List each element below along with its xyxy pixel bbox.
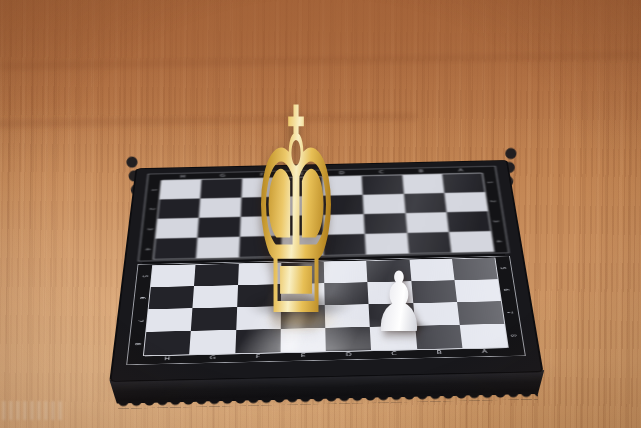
rank-label-7: 7: [137, 319, 144, 322]
file-label-c: C: [391, 352, 397, 356]
rank-label-5: 5: [141, 275, 148, 277]
rank-label-1: 1: [486, 181, 493, 183]
square-a4: [449, 231, 494, 252]
far-playing-field: [153, 173, 495, 260]
far-grid: [154, 173, 494, 259]
square-h8: [144, 331, 191, 355]
rank-label-8: 8: [509, 334, 517, 337]
file-label-b: B: [436, 351, 442, 355]
square-f3: [239, 216, 281, 237]
square-e4: [281, 235, 323, 256]
square-f5: [238, 263, 282, 285]
square-a1: [442, 173, 485, 193]
square-b6: [411, 280, 457, 303]
board-far-half: HGFEDCBA 1234 1234: [138, 166, 510, 261]
square-d5: [324, 261, 368, 283]
rank-label-5: 5: [499, 267, 506, 269]
file-label-h: H: [164, 357, 170, 361]
square-b5: [409, 259, 454, 281]
square-e3: [281, 215, 323, 236]
watermark: [2, 401, 62, 420]
square-d1: [322, 176, 363, 196]
square-h1: [160, 180, 202, 200]
square-f8: [235, 329, 281, 353]
rank-label-3: 3: [147, 228, 154, 230]
square-g2: [199, 198, 241, 218]
square-g6: [193, 285, 238, 308]
table-surface-haze: [0, 0, 641, 150]
square-g1: [200, 179, 241, 199]
square-a7: [457, 301, 504, 325]
file-label-a: A: [482, 350, 488, 354]
square-c8: [370, 326, 417, 350]
square-g3: [198, 217, 241, 238]
file-label-h: H: [180, 175, 185, 178]
file-label-e: E: [300, 172, 304, 175]
square-f1: [241, 178, 282, 198]
square-a5: [452, 258, 498, 280]
square-d3: [323, 214, 365, 235]
file-label-g: G: [209, 356, 215, 360]
square-c7: [369, 303, 415, 327]
rank-label-4: 4: [144, 248, 151, 250]
square-b8: [415, 325, 462, 349]
file-label-g: G: [220, 174, 226, 177]
square-f6: [237, 284, 281, 307]
square-b2: [404, 193, 447, 213]
file-label-d: D: [339, 171, 344, 174]
square-g7: [191, 307, 237, 331]
photo-scene: HGFEDCBA 1234 1234 5678: [0, 0, 641, 428]
square-b7: [413, 302, 460, 326]
rank-label-6: 6: [139, 297, 146, 300]
near-grid: [144, 258, 508, 355]
square-h6: [149, 286, 195, 309]
square-h7: [146, 308, 192, 332]
square-b1: [402, 174, 444, 194]
rank-label-2: 2: [489, 200, 496, 202]
file-label-e: E: [301, 354, 306, 358]
square-g8: [189, 330, 235, 354]
rank-label-6: 6: [503, 289, 510, 292]
file-label-d: D: [345, 353, 351, 357]
square-c2: [363, 194, 405, 214]
square-b4: [407, 232, 451, 253]
square-g5: [194, 264, 238, 286]
far-half-frame: HGFEDCBA 1234 1234: [138, 166, 510, 261]
square-a2: [444, 192, 487, 212]
square-a6: [454, 279, 501, 302]
square-c4: [365, 233, 409, 254]
rank-label-7: 7: [506, 311, 514, 314]
square-g4: [196, 237, 239, 258]
square-h4: [154, 238, 198, 259]
near-playing-field: [143, 258, 509, 356]
chess-set: HGFEDCBA 1234 1234 5678: [85, 133, 563, 412]
rank-label-4: 4: [495, 240, 502, 242]
square-f2: [240, 197, 281, 217]
board-near-half: 5678 5678 HGFEDCBA: [126, 256, 526, 365]
rank-label-1: 1: [151, 189, 158, 191]
square-d7: [325, 304, 370, 328]
board-top-face: HGFEDCBA 1234 1234 5678: [111, 161, 541, 381]
rank-label-8: 8: [134, 343, 142, 346]
square-a8: [459, 324, 507, 348]
file-label-b: B: [419, 170, 424, 173]
square-h2: [158, 198, 201, 218]
square-h5: [151, 265, 196, 287]
rank-label-2: 2: [149, 208, 156, 210]
square-f7: [236, 306, 281, 330]
square-d2: [322, 195, 364, 215]
square-c6: [368, 281, 413, 304]
square-c1: [362, 175, 404, 195]
rank-label-3: 3: [492, 220, 499, 222]
file-label-f: F: [260, 173, 264, 176]
square-b3: [405, 212, 449, 233]
file-label-c: C: [379, 171, 384, 174]
square-e1: [282, 177, 323, 197]
square-d4: [323, 234, 366, 255]
file-label-f: F: [256, 355, 261, 359]
square-c5: [366, 260, 410, 282]
square-e2: [281, 196, 322, 216]
square-d8: [325, 327, 371, 351]
file-label-a: A: [458, 169, 463, 172]
square-d6: [324, 282, 369, 305]
square-a3: [446, 211, 490, 232]
square-h3: [156, 218, 199, 239]
near-half-frame: 5678 5678 HGFEDCBA: [126, 256, 526, 365]
square-c3: [364, 213, 407, 234]
square-f4: [239, 236, 282, 257]
